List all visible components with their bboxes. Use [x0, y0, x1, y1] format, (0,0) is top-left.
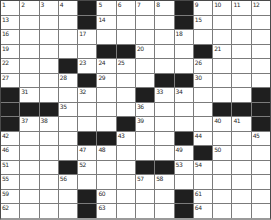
cell-r13c1[interactable]: 55	[1, 175, 19, 189]
clue-number-25: 25	[118, 59, 125, 66]
cell-r10c4[interactable]	[59, 132, 77, 146]
black-square-r2c5	[78, 16, 96, 30]
black-square-r14c5	[78, 190, 96, 204]
cell-r2c12[interactable]	[213, 16, 231, 30]
cell-r4c10[interactable]	[175, 45, 193, 59]
cell-r5c14[interactable]	[252, 59, 270, 73]
cell-r10c13[interactable]	[232, 132, 250, 146]
cell-r5c2[interactable]	[20, 59, 38, 73]
cell-r12c3[interactable]	[40, 161, 58, 175]
cell-r6c7[interactable]	[117, 74, 135, 88]
cell-r15c6[interactable]: 63	[97, 204, 115, 218]
cell-r4c9[interactable]	[155, 45, 173, 59]
cell-r1c13[interactable]: 11	[232, 1, 250, 15]
cell-r1c9[interactable]: 8	[155, 1, 173, 15]
black-square-r10c6	[97, 132, 115, 146]
clue-number-28: 28	[60, 74, 67, 81]
cell-r1c7[interactable]: 6	[117, 1, 135, 15]
cell-r12c1[interactable]: 51	[1, 161, 19, 175]
cell-r6c8[interactable]	[136, 74, 154, 88]
clue-number-7: 7	[137, 1, 140, 8]
cell-r9c13[interactable]: 41	[232, 117, 250, 131]
cell-r11c4[interactable]	[59, 146, 77, 160]
cell-r15c8[interactable]	[136, 204, 154, 218]
cell-r9c4[interactable]	[59, 117, 77, 131]
cell-r15c2[interactable]	[20, 204, 38, 218]
cell-r14c12[interactable]	[213, 190, 231, 204]
clue-number-42: 42	[2, 132, 9, 139]
clue-number-20: 20	[137, 45, 144, 52]
cell-r15c9[interactable]	[155, 204, 173, 218]
cell-r13c5[interactable]	[78, 175, 96, 189]
cell-r13c9[interactable]: 58	[155, 175, 173, 189]
cell-r8c4[interactable]: 35	[59, 103, 77, 117]
cell-r7c6[interactable]	[97, 88, 115, 102]
cell-r7c9[interactable]: 33	[155, 88, 173, 102]
cell-r5c12[interactable]	[213, 59, 231, 73]
cell-r13c4[interactable]: 56	[59, 175, 77, 189]
cell-r14c7[interactable]	[117, 190, 135, 204]
cell-r9c3[interactable]: 38	[40, 117, 58, 131]
clue-number-55: 55	[2, 175, 9, 182]
cell-r1c3[interactable]: 3	[40, 1, 58, 15]
clue-number-30: 30	[195, 74, 202, 81]
cell-r3c14[interactable]	[252, 30, 270, 44]
cell-r13c8[interactable]: 57	[136, 175, 154, 189]
black-square-r10c10	[175, 132, 193, 146]
cell-r2c8[interactable]	[136, 16, 154, 30]
cell-r3c2[interactable]	[20, 30, 38, 44]
clue-number-60: 60	[98, 190, 105, 197]
clue-number-49: 49	[176, 146, 183, 153]
clue-number-32: 32	[79, 88, 86, 95]
cell-r10c8[interactable]	[136, 132, 154, 146]
clue-number-23: 23	[79, 59, 86, 66]
cell-r3c8[interactable]	[136, 30, 154, 44]
cell-r15c7[interactable]	[117, 204, 135, 218]
cell-r14c11[interactable]: 61	[194, 190, 212, 204]
cell-r8c10[interactable]	[175, 103, 193, 117]
cell-r11c5[interactable]: 47	[78, 146, 96, 160]
cell-r4c3[interactable]	[40, 45, 58, 59]
cell-r5c9[interactable]	[155, 59, 173, 73]
clue-number-31: 31	[21, 88, 28, 95]
cell-r11c8[interactable]	[136, 146, 154, 160]
cell-r4c13[interactable]	[232, 45, 250, 59]
black-square-r12c4	[59, 161, 77, 175]
cell-r11c6[interactable]: 48	[97, 146, 115, 160]
cell-r13c11[interactable]	[194, 175, 212, 189]
cell-r6c2[interactable]	[20, 74, 38, 88]
clue-number-24: 24	[98, 59, 105, 66]
cell-r12c5[interactable]: 52	[78, 161, 96, 175]
cell-r2c9[interactable]	[155, 16, 173, 30]
cell-r1c4[interactable]: 4	[59, 1, 77, 15]
cell-r15c13[interactable]	[232, 204, 250, 218]
cell-r6c14[interactable]	[252, 74, 270, 88]
cell-r11c3[interactable]	[40, 146, 58, 160]
clue-number-34: 34	[176, 88, 183, 95]
clue-number-54: 54	[195, 161, 202, 168]
black-square-r15c5	[78, 204, 96, 218]
cell-r14c6[interactable]: 60	[97, 190, 115, 204]
clue-number-64: 64	[195, 204, 202, 211]
cell-r9c2[interactable]: 37	[20, 117, 38, 131]
cell-r12c6[interactable]	[97, 161, 115, 175]
cell-r6c6[interactable]: 29	[97, 74, 115, 88]
black-square-r9c1	[1, 117, 19, 131]
cell-r8c11[interactable]	[194, 103, 212, 117]
cell-r2c13[interactable]	[232, 16, 250, 30]
cell-r9c11[interactable]	[194, 117, 212, 131]
cell-r14c9[interactable]	[155, 190, 173, 204]
black-square-r8c13	[232, 103, 250, 117]
cell-r9c12[interactable]: 40	[213, 117, 231, 131]
clue-number-26: 26	[195, 59, 202, 66]
cell-r1c11[interactable]: 9	[194, 1, 212, 15]
black-square-r7c14	[252, 88, 270, 102]
cell-r3c3[interactable]	[40, 30, 58, 44]
cell-r13c3[interactable]	[40, 175, 58, 189]
clue-number-2: 2	[21, 1, 24, 8]
cell-r11c10[interactable]: 49	[175, 146, 193, 160]
cell-r7c7[interactable]	[117, 88, 135, 102]
clue-number-50: 50	[214, 146, 221, 153]
cell-r8c8[interactable]: 36	[136, 103, 154, 117]
black-square-r9c14	[252, 117, 270, 131]
black-square-r12c8	[136, 161, 154, 175]
cell-r10c12[interactable]	[213, 132, 231, 146]
clue-number-62: 62	[2, 204, 9, 211]
cell-r13c10[interactable]	[175, 175, 193, 189]
clue-number-27: 27	[2, 74, 9, 81]
clue-number-15: 15	[195, 16, 202, 23]
clue-number-48: 48	[98, 146, 105, 153]
cell-r14c4[interactable]	[59, 190, 77, 204]
clue-number-56: 56	[60, 175, 67, 182]
cell-r13c2[interactable]	[20, 175, 38, 189]
clue-number-19: 19	[2, 45, 9, 52]
clue-number-51: 51	[2, 161, 9, 168]
cell-r6c1[interactable]: 27	[1, 74, 19, 88]
cell-r14c14[interactable]	[252, 190, 270, 204]
black-square-r11c11	[194, 146, 212, 160]
clue-number-17: 17	[79, 30, 86, 37]
cell-r3c11[interactable]	[194, 30, 212, 44]
cell-r3c10[interactable]: 18	[175, 30, 193, 44]
cell-r8c6[interactable]	[97, 103, 115, 117]
black-square-r6c9	[155, 74, 173, 88]
clue-number-52: 52	[79, 161, 86, 168]
cell-r2c7[interactable]	[117, 16, 135, 30]
clue-number-38: 38	[41, 117, 48, 124]
clue-number-18: 18	[176, 30, 183, 37]
cell-r13c12[interactable]	[213, 175, 231, 189]
cell-r6c11[interactable]: 30	[194, 74, 212, 88]
cell-r11c7[interactable]	[117, 146, 135, 160]
clue-number-47: 47	[79, 146, 86, 153]
cell-r10c7[interactable]: 43	[117, 132, 135, 146]
cell-r9c9[interactable]	[155, 117, 173, 131]
cell-r11c14[interactable]	[252, 146, 270, 160]
cell-r3c5[interactable]: 17	[78, 30, 96, 44]
cell-r12c2[interactable]	[20, 161, 38, 175]
black-square-r6c5	[78, 74, 96, 88]
cell-r12c12[interactable]	[213, 161, 231, 175]
cell-r11c1[interactable]: 46	[1, 146, 19, 160]
cell-r5c1[interactable]: 22	[1, 59, 19, 73]
black-square-r14c10	[175, 190, 193, 204]
cell-r11c2[interactable]	[20, 146, 38, 160]
clue-number-8: 8	[156, 1, 159, 8]
black-square-r8c14	[252, 103, 270, 117]
cell-r5c3[interactable]	[40, 59, 58, 73]
cell-r12c7[interactable]	[117, 161, 135, 175]
clue-number-1: 1	[2, 1, 5, 8]
cell-r10c3[interactable]	[40, 132, 58, 146]
cell-r4c8[interactable]: 20	[136, 45, 154, 59]
cell-r3c9[interactable]	[155, 30, 173, 44]
cell-r15c12[interactable]	[213, 204, 231, 218]
clue-number-9: 9	[195, 1, 198, 8]
cell-r13c13[interactable]	[232, 175, 250, 189]
black-square-r10c5	[78, 132, 96, 146]
clue-number-43: 43	[118, 132, 125, 139]
black-square-r8c2	[20, 103, 38, 117]
cell-r10c11[interactable]: 44	[194, 132, 212, 146]
cell-r4c4[interactable]	[59, 45, 77, 59]
crossword-grid: 1234567891011121314151617181920212223242…	[0, 0, 271, 220]
clue-number-40: 40	[214, 117, 221, 124]
cell-r4c5[interactable]	[78, 45, 96, 59]
cell-r7c13[interactable]	[232, 88, 250, 102]
cell-r7c5[interactable]: 32	[78, 88, 96, 102]
cell-r12c13[interactable]	[232, 161, 250, 175]
black-square-r7c1	[1, 88, 19, 102]
clue-number-61: 61	[195, 190, 202, 197]
cell-r9c10[interactable]	[175, 117, 193, 131]
clue-number-14: 14	[98, 16, 105, 23]
cell-r8c9[interactable]	[155, 103, 173, 117]
black-square-r6c10	[175, 74, 193, 88]
clue-number-44: 44	[195, 132, 202, 139]
cell-r8c7[interactable]	[117, 103, 135, 117]
cell-r1c8[interactable]: 7	[136, 1, 154, 15]
cell-r7c12[interactable]	[213, 88, 231, 102]
clue-number-41: 41	[233, 117, 240, 124]
cell-r7c4[interactable]	[59, 88, 77, 102]
cell-r5c11[interactable]: 26	[194, 59, 212, 73]
clue-number-22: 22	[2, 59, 9, 66]
black-square-r8c3	[40, 103, 58, 117]
cell-r15c14[interactable]	[252, 204, 270, 218]
cell-r5c13[interactable]	[232, 59, 250, 73]
clue-number-45: 45	[253, 132, 260, 139]
cell-r6c4[interactable]: 28	[59, 74, 77, 88]
cell-r15c1[interactable]: 62	[1, 204, 19, 218]
cell-r13c14[interactable]	[252, 175, 270, 189]
cell-r3c13[interactable]	[232, 30, 250, 44]
cell-r15c4[interactable]	[59, 204, 77, 218]
cell-r5c10[interactable]	[175, 59, 193, 73]
cell-r1c2[interactable]: 2	[20, 1, 38, 15]
cell-r14c8[interactable]	[136, 190, 154, 204]
black-square-r1c5	[78, 1, 96, 15]
cell-r11c9[interactable]	[155, 146, 173, 160]
clue-number-3: 3	[41, 1, 44, 8]
black-square-r4c7	[117, 45, 135, 59]
cell-r3c12[interactable]	[213, 30, 231, 44]
cell-r6c13[interactable]	[232, 74, 250, 88]
clue-number-37: 37	[21, 117, 28, 124]
cell-r3c6[interactable]	[97, 30, 115, 44]
cell-r14c2[interactable]	[20, 190, 38, 204]
clue-number-6: 6	[118, 1, 121, 8]
cell-r1c1[interactable]: 1	[1, 1, 19, 15]
cell-r4c12[interactable]: 21	[213, 45, 231, 59]
clue-number-10: 10	[214, 1, 221, 8]
clue-number-16: 16	[2, 30, 9, 37]
clue-number-57: 57	[137, 175, 144, 182]
clue-number-13: 13	[2, 16, 9, 23]
cell-r4c2[interactable]	[20, 45, 38, 59]
cell-r2c4[interactable]	[59, 16, 77, 30]
black-square-r2c10	[175, 16, 193, 30]
clue-number-36: 36	[137, 103, 144, 110]
black-square-r8c1	[1, 103, 19, 117]
cell-r9c5[interactable]	[78, 117, 96, 131]
clue-number-59: 59	[2, 190, 9, 197]
cell-r7c3[interactable]	[40, 88, 58, 102]
cell-r6c12[interactable]	[213, 74, 231, 88]
black-square-r9c7	[117, 117, 135, 131]
black-square-r5c4	[59, 59, 77, 73]
cell-r3c1[interactable]: 16	[1, 30, 19, 44]
cell-r10c14[interactable]: 45	[252, 132, 270, 146]
cell-r7c11[interactable]	[194, 88, 212, 102]
cell-r15c3[interactable]	[40, 204, 58, 218]
clue-number-5: 5	[98, 1, 101, 8]
black-square-r7c8	[136, 88, 154, 102]
cell-r12c11[interactable]: 54	[194, 161, 212, 175]
black-square-r12c9	[155, 161, 173, 175]
cell-r8c5[interactable]	[78, 103, 96, 117]
cell-r11c13[interactable]	[232, 146, 250, 160]
black-square-r4c11	[194, 45, 212, 59]
cell-r2c1[interactable]: 13	[1, 16, 19, 30]
black-square-r4c6	[97, 45, 115, 59]
cell-r4c14[interactable]	[252, 45, 270, 59]
cell-r14c13[interactable]	[232, 190, 250, 204]
clue-number-58: 58	[156, 175, 163, 182]
clue-number-63: 63	[98, 204, 105, 211]
cell-r1c12[interactable]: 10	[213, 1, 231, 15]
cell-r5c7[interactable]: 25	[117, 59, 135, 73]
clue-number-12: 12	[253, 1, 260, 8]
cell-r5c6[interactable]: 24	[97, 59, 115, 73]
clue-number-33: 33	[156, 88, 163, 95]
cell-r12c10[interactable]: 53	[175, 161, 193, 175]
cell-r7c10[interactable]: 34	[175, 88, 193, 102]
cell-r2c6[interactable]: 14	[97, 16, 115, 30]
cell-r10c2[interactable]	[20, 132, 38, 146]
cell-r5c5[interactable]: 23	[78, 59, 96, 73]
black-square-r8c12	[213, 103, 231, 117]
cell-r12c14[interactable]	[252, 161, 270, 175]
black-square-r15c10	[175, 204, 193, 218]
cell-r10c9[interactable]	[155, 132, 173, 146]
clue-number-21: 21	[214, 45, 221, 52]
cell-r2c3[interactable]	[40, 16, 58, 30]
clue-number-46: 46	[2, 146, 9, 153]
black-square-r1c10	[175, 1, 193, 15]
cell-r3c7[interactable]	[117, 30, 135, 44]
cell-r4c1[interactable]: 19	[1, 45, 19, 59]
cell-r7c2[interactable]: 31	[20, 88, 38, 102]
cell-r3c4[interactable]	[59, 30, 77, 44]
cell-r2c11[interactable]: 15	[194, 16, 212, 30]
cell-r9c6[interactable]	[97, 117, 115, 131]
clue-number-29: 29	[98, 74, 105, 81]
cell-r14c1[interactable]: 59	[1, 190, 19, 204]
clue-number-35: 35	[60, 103, 67, 110]
cell-r10c1[interactable]: 42	[1, 132, 19, 146]
cell-r1c14[interactable]: 12	[252, 1, 270, 15]
cell-r13c7[interactable]	[117, 175, 135, 189]
cell-r9c8[interactable]: 39	[136, 117, 154, 131]
clue-number-39: 39	[137, 117, 144, 124]
cell-r1c6[interactable]: 5	[97, 1, 115, 15]
cell-r2c2[interactable]	[20, 16, 38, 30]
cell-r11c12[interactable]: 50	[213, 146, 231, 160]
cell-r15c11[interactable]: 64	[194, 204, 212, 218]
cell-r14c3[interactable]	[40, 190, 58, 204]
cell-r6c3[interactable]	[40, 74, 58, 88]
cell-r2c14[interactable]	[252, 16, 270, 30]
cell-r5c8[interactable]	[136, 59, 154, 73]
clue-number-4: 4	[60, 1, 63, 8]
cell-r13c6[interactable]	[97, 175, 115, 189]
clue-number-11: 11	[233, 1, 240, 8]
clue-number-53: 53	[176, 161, 183, 168]
